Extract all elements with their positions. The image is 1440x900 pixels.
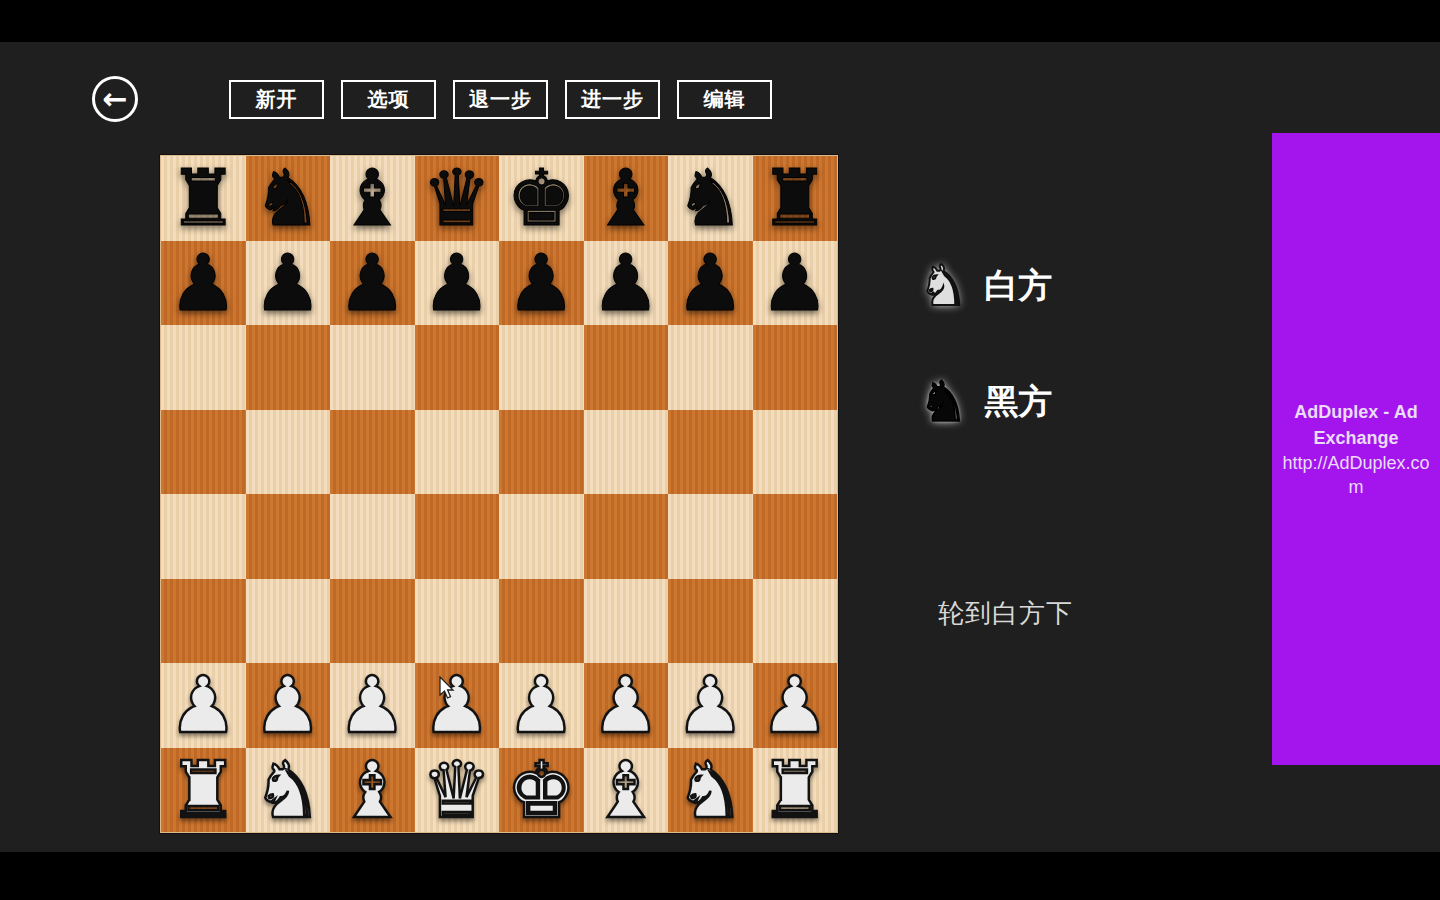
square-h6[interactable] xyxy=(753,325,838,410)
square-c5[interactable] xyxy=(330,410,415,495)
turn-status-text: 轮到白方下 xyxy=(938,596,1073,631)
piece-black-pawn[interactable]: ♟ xyxy=(668,241,753,326)
piece-white-knight[interactable]: ♞ xyxy=(668,748,753,833)
square-h2[interactable]: ♟ xyxy=(753,663,838,748)
square-c2[interactable]: ♟ xyxy=(330,663,415,748)
piece-white-pawn[interactable]: ♟ xyxy=(753,663,838,748)
square-h3[interactable] xyxy=(753,579,838,664)
square-a5[interactable] xyxy=(161,410,246,495)
square-f2[interactable]: ♟ xyxy=(584,663,669,748)
piece-black-queen[interactable]: ♛ xyxy=(415,156,500,241)
square-b6[interactable] xyxy=(246,325,331,410)
square-c3[interactable] xyxy=(330,579,415,664)
square-d3[interactable] xyxy=(415,579,500,664)
square-f3[interactable] xyxy=(584,579,669,664)
undo-move-button[interactable]: 退一步 xyxy=(453,80,548,119)
square-c1[interactable]: ♝ xyxy=(330,748,415,833)
piece-white-bishop[interactable]: ♝ xyxy=(584,748,669,833)
piece-white-pawn[interactable]: ♟ xyxy=(499,663,584,748)
piece-white-pawn[interactable]: ♟ xyxy=(668,663,753,748)
white-knight-icon: ♞ xyxy=(918,258,968,314)
square-g7[interactable]: ♟ xyxy=(668,241,753,326)
piece-white-queen[interactable]: ♛ xyxy=(415,748,500,833)
square-d8[interactable]: ♛ xyxy=(415,156,500,241)
square-a7[interactable]: ♟ xyxy=(161,241,246,326)
square-e4[interactable] xyxy=(499,494,584,579)
square-b5[interactable] xyxy=(246,410,331,495)
square-f5[interactable] xyxy=(584,410,669,495)
square-a1[interactable]: ♜ xyxy=(161,748,246,833)
player-black-label: 黑方 xyxy=(984,379,1052,425)
piece-white-king[interactable]: ♚ xyxy=(499,748,584,833)
square-f1[interactable]: ♝ xyxy=(584,748,669,833)
square-a8[interactable]: ♜ xyxy=(161,156,246,241)
player-white-label: 白方 xyxy=(984,263,1052,309)
piece-black-rook[interactable]: ♜ xyxy=(161,156,246,241)
new-game-button[interactable]: 新开 xyxy=(229,80,324,119)
square-h8[interactable]: ♜ xyxy=(753,156,838,241)
square-d7[interactable]: ♟ xyxy=(415,241,500,326)
piece-white-bishop[interactable]: ♝ xyxy=(330,748,415,833)
square-g2[interactable]: ♟ xyxy=(668,663,753,748)
piece-white-pawn[interactable]: ♟ xyxy=(584,663,669,748)
piece-white-knight[interactable]: ♞ xyxy=(246,748,331,833)
square-e2[interactable]: ♟ xyxy=(499,663,584,748)
piece-black-pawn[interactable]: ♟ xyxy=(584,241,669,326)
square-h7[interactable]: ♟ xyxy=(753,241,838,326)
square-c8[interactable]: ♝ xyxy=(330,156,415,241)
square-f8[interactable]: ♝ xyxy=(584,156,669,241)
toolbar: 新开 选项 退一步 进一步 编辑 xyxy=(229,80,772,119)
piece-black-pawn[interactable]: ♟ xyxy=(753,241,838,326)
bottom-letterbox-bar xyxy=(0,852,1440,900)
square-e5[interactable] xyxy=(499,410,584,495)
square-b7[interactable]: ♟ xyxy=(246,241,331,326)
back-arrow-icon: ← xyxy=(102,84,127,114)
piece-black-pawn[interactable]: ♟ xyxy=(330,241,415,326)
square-d2[interactable]: ♟ xyxy=(415,663,500,748)
piece-black-knight[interactable]: ♞ xyxy=(246,156,331,241)
square-c4[interactable] xyxy=(330,494,415,579)
top-letterbox-bar xyxy=(0,0,1440,42)
square-f7[interactable]: ♟ xyxy=(584,241,669,326)
player-white-row: ♞ 白方 xyxy=(918,258,1052,314)
square-f6[interactable] xyxy=(584,325,669,410)
piece-black-pawn[interactable]: ♟ xyxy=(499,241,584,326)
edit-button[interactable]: 编辑 xyxy=(677,80,772,119)
piece-black-pawn[interactable]: ♟ xyxy=(415,241,500,326)
square-g6[interactable] xyxy=(668,325,753,410)
square-h4[interactable] xyxy=(753,494,838,579)
piece-black-bishop[interactable]: ♝ xyxy=(330,156,415,241)
square-d4[interactable] xyxy=(415,494,500,579)
player-black-row: ♞ 黑方 xyxy=(918,374,1052,430)
piece-black-king[interactable]: ♚ xyxy=(499,156,584,241)
options-button[interactable]: 选项 xyxy=(341,80,436,119)
chess-board: ♜♞♝♛♚♝♞♜♟♟♟♟♟♟♟♟♟♟♟♟♟♟♟♟♜♞♝♛♚♝♞♜ xyxy=(160,155,838,833)
square-d5[interactable] xyxy=(415,410,500,495)
square-a2[interactable]: ♟ xyxy=(161,663,246,748)
piece-white-pawn[interactable]: ♟ xyxy=(246,663,331,748)
piece-white-rook[interactable]: ♜ xyxy=(753,748,838,833)
ad-panel[interactable]: AdDuplex - Ad Exchange http://AdDuplex.c… xyxy=(1272,133,1440,765)
square-d6[interactable] xyxy=(415,325,500,410)
black-knight-icon: ♞ xyxy=(918,374,968,430)
piece-black-pawn[interactable]: ♟ xyxy=(161,241,246,326)
square-b1[interactable]: ♞ xyxy=(246,748,331,833)
square-h5[interactable] xyxy=(753,410,838,495)
square-g5[interactable] xyxy=(668,410,753,495)
piece-black-knight[interactable]: ♞ xyxy=(668,156,753,241)
square-e7[interactable]: ♟ xyxy=(499,241,584,326)
piece-white-pawn[interactable]: ♟ xyxy=(330,663,415,748)
square-g1[interactable]: ♞ xyxy=(668,748,753,833)
redo-move-button[interactable]: 进一步 xyxy=(565,80,660,119)
square-e8[interactable]: ♚ xyxy=(499,156,584,241)
piece-white-pawn[interactable]: ♟ xyxy=(161,663,246,748)
square-a3[interactable] xyxy=(161,579,246,664)
square-b2[interactable]: ♟ xyxy=(246,663,331,748)
square-b8[interactable]: ♞ xyxy=(246,156,331,241)
square-e3[interactable] xyxy=(499,579,584,664)
square-g4[interactable] xyxy=(668,494,753,579)
square-h1[interactable]: ♜ xyxy=(753,748,838,833)
ad-title: AdDuplex - Ad Exchange xyxy=(1276,399,1436,451)
square-c6[interactable] xyxy=(330,325,415,410)
mouse-cursor-icon xyxy=(438,676,456,700)
piece-white-rook[interactable]: ♜ xyxy=(161,748,246,833)
square-e6[interactable] xyxy=(499,325,584,410)
piece-white-pawn[interactable]: ♟ xyxy=(415,663,500,748)
square-c7[interactable]: ♟ xyxy=(330,241,415,326)
square-g8[interactable]: ♞ xyxy=(668,156,753,241)
piece-black-rook[interactable]: ♜ xyxy=(753,156,838,241)
square-b4[interactable] xyxy=(246,494,331,579)
piece-black-pawn[interactable]: ♟ xyxy=(246,241,331,326)
ad-url[interactable]: http://AdDuplex.com xyxy=(1276,451,1436,500)
square-a4[interactable] xyxy=(161,494,246,579)
square-b3[interactable] xyxy=(246,579,331,664)
piece-black-bishop[interactable]: ♝ xyxy=(584,156,669,241)
square-d1[interactable]: ♛ xyxy=(415,748,500,833)
back-button[interactable]: ← xyxy=(92,76,138,122)
square-g3[interactable] xyxy=(668,579,753,664)
square-a6[interactable] xyxy=(161,325,246,410)
square-e1[interactable]: ♚ xyxy=(499,748,584,833)
square-f4[interactable] xyxy=(584,494,669,579)
